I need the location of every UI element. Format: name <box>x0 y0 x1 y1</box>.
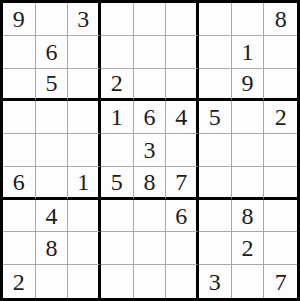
cell-r2c5[interactable] <box>134 36 167 69</box>
cell-r4c6[interactable]: 4 <box>166 101 199 134</box>
cell-r1c8[interactable] <box>232 3 265 36</box>
cell-r7c8[interactable]: 8 <box>232 200 265 233</box>
cell-r2c3[interactable] <box>68 36 101 69</box>
cell-r4c9[interactable]: 2 <box>264 101 297 134</box>
sudoku-board: 938615291645236158746882237 <box>0 0 300 301</box>
cell-r3c9[interactable] <box>264 69 297 102</box>
cell-r8c7[interactable] <box>199 232 232 265</box>
cell-r8c2[interactable]: 8 <box>36 232 69 265</box>
cell-r3c4[interactable]: 2 <box>101 69 134 102</box>
cell-r9c1[interactable]: 2 <box>3 265 36 298</box>
cell-r2c9[interactable] <box>264 36 297 69</box>
cell-r6c5[interactable]: 8 <box>134 167 167 200</box>
cell-r1c5[interactable] <box>134 3 167 36</box>
cell-r8c5[interactable] <box>134 232 167 265</box>
cell-r8c9[interactable] <box>264 232 297 265</box>
cell-r8c6[interactable] <box>166 232 199 265</box>
cell-r5c2[interactable] <box>36 134 69 167</box>
cell-r9c5[interactable] <box>134 265 167 298</box>
cell-r4c8[interactable] <box>232 101 265 134</box>
cell-r6c4[interactable]: 5 <box>101 167 134 200</box>
cell-r7c4[interactable] <box>101 200 134 233</box>
cell-r2c1[interactable] <box>3 36 36 69</box>
cell-r9c4[interactable] <box>101 265 134 298</box>
cell-r1c1[interactable]: 9 <box>3 3 36 36</box>
cell-r3c5[interactable] <box>134 69 167 102</box>
cell-r7c5[interactable] <box>134 200 167 233</box>
cell-r5c1[interactable] <box>3 134 36 167</box>
cell-r6c1[interactable]: 6 <box>3 167 36 200</box>
cell-r7c3[interactable] <box>68 200 101 233</box>
cell-r8c8[interactable]: 2 <box>232 232 265 265</box>
cell-r1c6[interactable] <box>166 3 199 36</box>
cell-r4c1[interactable] <box>3 101 36 134</box>
cell-r7c2[interactable]: 4 <box>36 200 69 233</box>
cell-r4c4[interactable]: 1 <box>101 101 134 134</box>
cell-r1c3[interactable]: 3 <box>68 3 101 36</box>
cell-r7c1[interactable] <box>3 200 36 233</box>
cell-r3c6[interactable] <box>166 69 199 102</box>
cell-r3c1[interactable] <box>3 69 36 102</box>
cell-r9c6[interactable] <box>166 265 199 298</box>
cell-r2c7[interactable] <box>199 36 232 69</box>
cell-r4c2[interactable] <box>36 101 69 134</box>
cell-r7c7[interactable] <box>199 200 232 233</box>
cell-r8c1[interactable] <box>3 232 36 265</box>
cell-r8c3[interactable] <box>68 232 101 265</box>
cell-r4c5[interactable]: 6 <box>134 101 167 134</box>
cell-r1c4[interactable] <box>101 3 134 36</box>
cell-r2c2[interactable]: 6 <box>36 36 69 69</box>
cell-r3c7[interactable] <box>199 69 232 102</box>
cell-r5c6[interactable] <box>166 134 199 167</box>
cell-r4c3[interactable] <box>68 101 101 134</box>
cell-r5c3[interactable] <box>68 134 101 167</box>
cell-r2c4[interactable] <box>101 36 134 69</box>
cell-r9c9[interactable]: 7 <box>264 265 297 298</box>
cell-r5c7[interactable] <box>199 134 232 167</box>
cell-r9c2[interactable] <box>36 265 69 298</box>
cell-r7c6[interactable]: 6 <box>166 200 199 233</box>
cell-r6c3[interactable]: 1 <box>68 167 101 200</box>
cell-r6c8[interactable] <box>232 167 265 200</box>
cell-r6c6[interactable]: 7 <box>166 167 199 200</box>
cell-r6c2[interactable] <box>36 167 69 200</box>
cell-r1c9[interactable]: 8 <box>264 3 297 36</box>
cell-r9c3[interactable] <box>68 265 101 298</box>
cell-r9c8[interactable] <box>232 265 265 298</box>
cell-r4c7[interactable]: 5 <box>199 101 232 134</box>
cell-r6c9[interactable] <box>264 167 297 200</box>
cell-r5c9[interactable] <box>264 134 297 167</box>
cell-r9c7[interactable]: 3 <box>199 265 232 298</box>
cell-r5c5[interactable]: 3 <box>134 134 167 167</box>
cell-r1c7[interactable] <box>199 3 232 36</box>
cell-r6c7[interactable] <box>199 167 232 200</box>
cell-r3c8[interactable]: 9 <box>232 69 265 102</box>
cell-r3c2[interactable]: 5 <box>36 69 69 102</box>
cell-r1c2[interactable] <box>36 3 69 36</box>
cell-r5c8[interactable] <box>232 134 265 167</box>
cell-r7c9[interactable] <box>264 200 297 233</box>
cell-r2c8[interactable]: 1 <box>232 36 265 69</box>
cell-r3c3[interactable] <box>68 69 101 102</box>
cell-r8c4[interactable] <box>101 232 134 265</box>
cell-r2c6[interactable] <box>166 36 199 69</box>
cell-r5c4[interactable] <box>101 134 134 167</box>
